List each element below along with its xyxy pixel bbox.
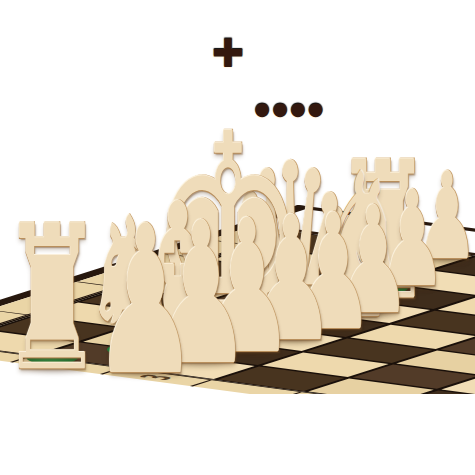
chess-set-photo: 123 ♜♝♞♛●●●●♚✚♝♞♜♟♟♟♟♟♟♟♟ bbox=[0, 0, 475, 475]
queen-crown-orbs: ●●●● bbox=[170, 100, 410, 118]
photo-crop-white bbox=[0, 394, 475, 475]
king-cross-finial: ✚ bbox=[78, 34, 378, 73]
